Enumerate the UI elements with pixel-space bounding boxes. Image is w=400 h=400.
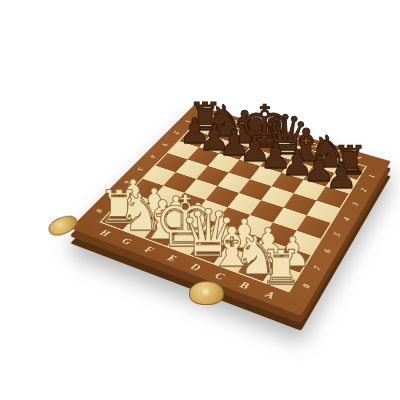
piece-black-pawn[interactable]: ♟ bbox=[325, 158, 357, 194]
piece-white-rook[interactable]: ♜ bbox=[260, 244, 303, 292]
pieces-overlay: ♜♞♝♚♛♝♞♜♟♟♟♟♟♟♟♟♟♟♟♟♟♟♟♟♜♞♝♚♛♝♞♜ bbox=[0, 0, 400, 400]
scene: HH11GG22FF33EE44DD55CC66BB77AA88 ♜♞♝♚♛♝♞… bbox=[0, 0, 400, 400]
